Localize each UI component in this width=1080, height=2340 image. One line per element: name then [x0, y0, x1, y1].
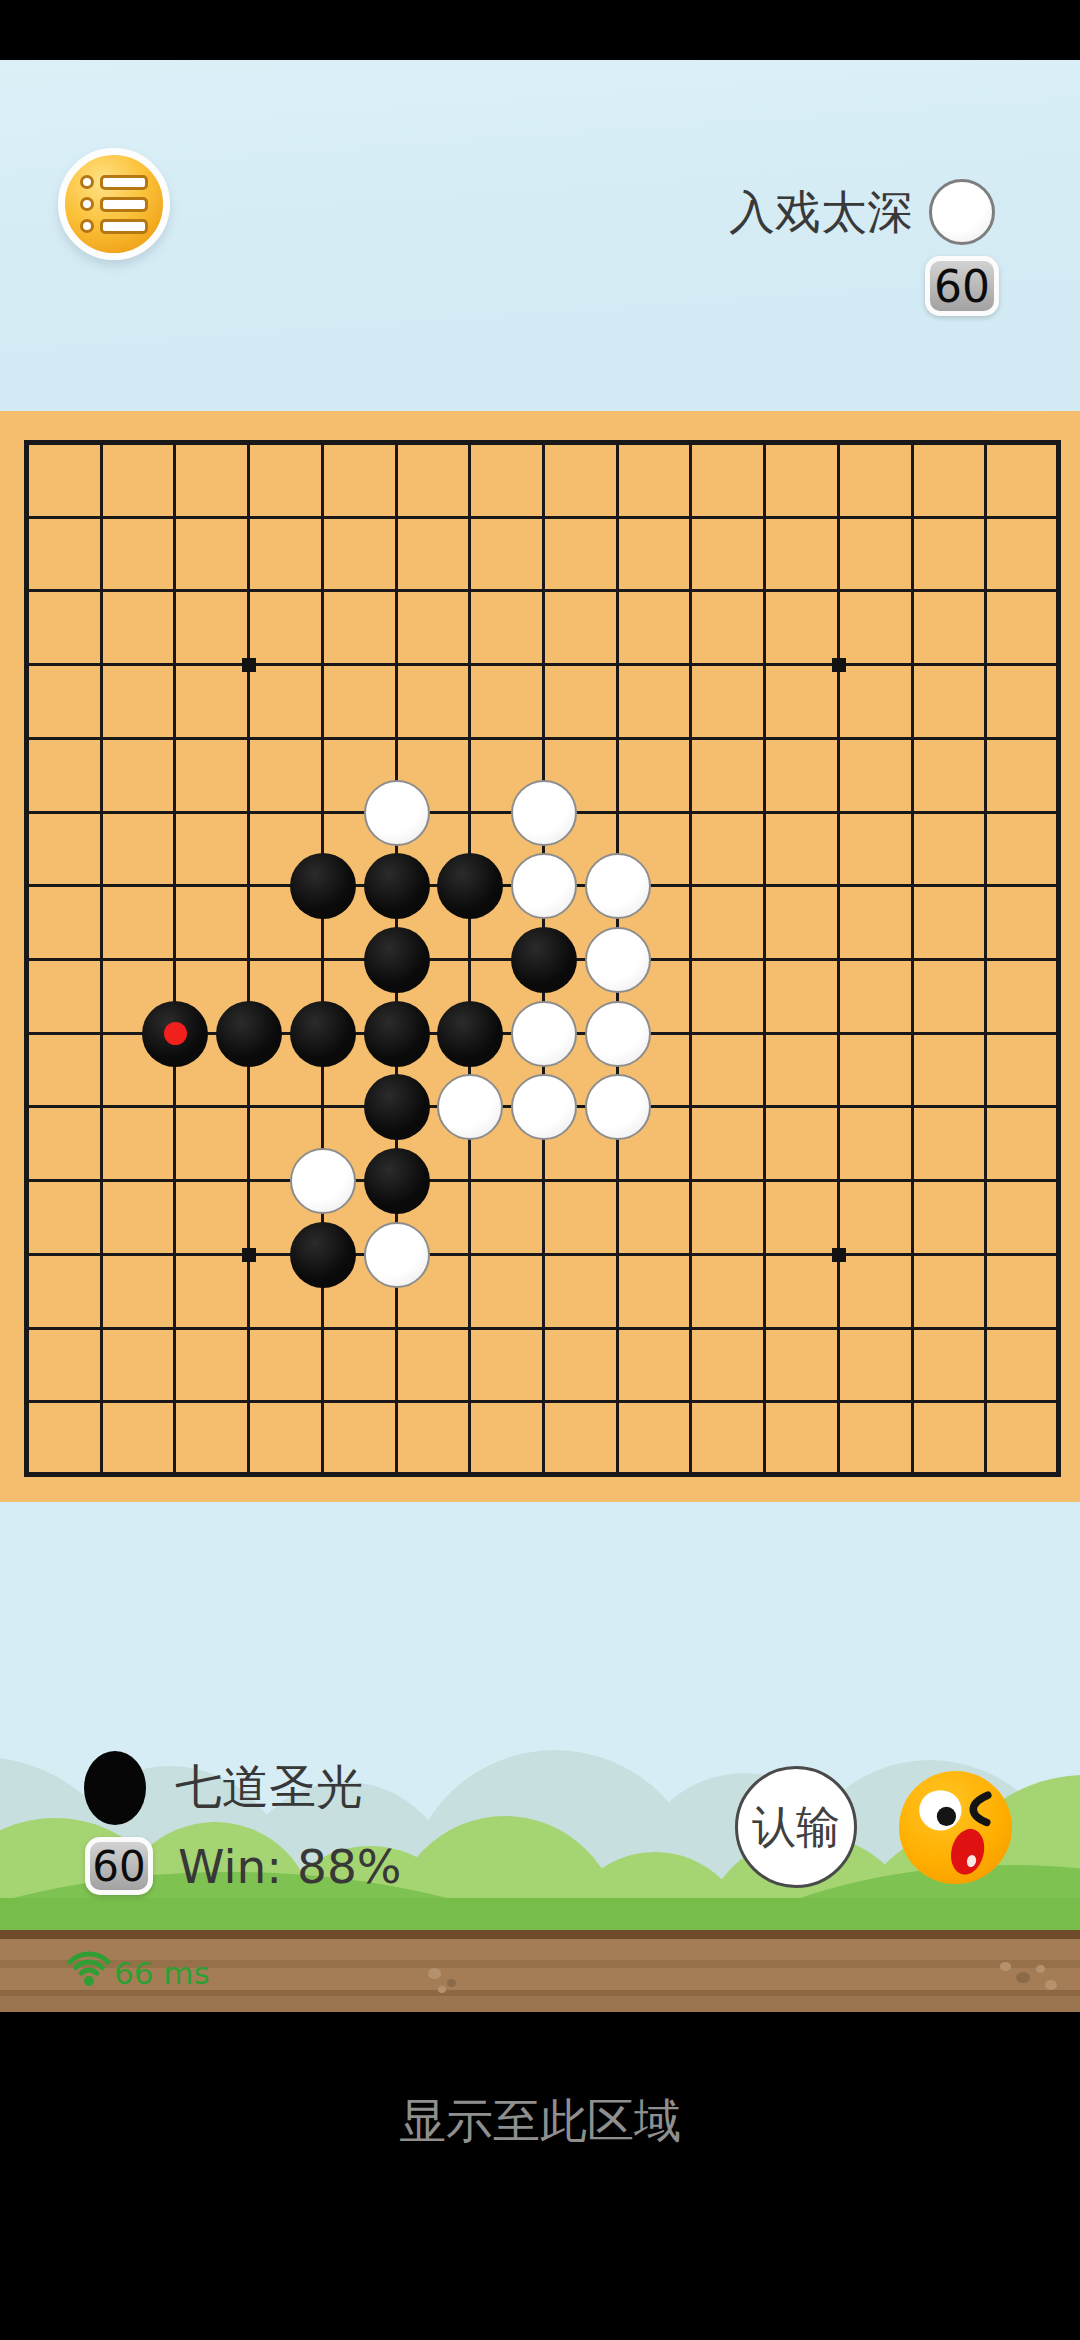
intersection-c10-r1[interactable]	[728, 481, 802, 555]
intersection-c2-r11[interactable]	[138, 1218, 212, 1292]
intersection-c5-r0[interactable]	[360, 407, 434, 481]
intersection-c0-r6[interactable]	[0, 849, 65, 923]
intersection-c10-r3[interactable]	[728, 628, 802, 702]
intersection-c12-r5[interactable]	[876, 776, 950, 850]
latency-label: 66 ms	[114, 1958, 210, 1989]
intersection-c3-r6[interactable]	[212, 849, 286, 923]
intersection-c2-r1[interactable]	[138, 481, 212, 555]
intersection-c12-r11[interactable]	[876, 1218, 950, 1292]
intersection-c7-r1[interactable]	[507, 481, 581, 555]
intersection-c7-r9[interactable]	[507, 1071, 581, 1145]
black-stone	[437, 853, 503, 919]
intersection-c11-r1[interactable]	[802, 481, 876, 555]
intersection-c12-r6[interactable]	[876, 849, 950, 923]
intersection-c11-r11[interactable]	[802, 1218, 876, 1292]
intersection-c11-r3[interactable]	[802, 628, 876, 702]
intersection-c6-r0[interactable]	[433, 407, 507, 481]
black-stone	[290, 1222, 356, 1288]
intersection-c4-r0[interactable]	[286, 407, 360, 481]
intersection-c2-r8[interactable]	[138, 997, 212, 1071]
wifi-icon	[62, 1936, 116, 1990]
white-stone-indicator	[929, 179, 995, 245]
intersection-c7-r4[interactable]	[507, 702, 581, 776]
intersection-c9-r11[interactable]	[655, 1218, 729, 1292]
intersection-c3-r3[interactable]	[212, 628, 286, 702]
intersection-c0-r0[interactable]	[0, 407, 65, 481]
intersection-c10-r4[interactable]	[728, 702, 802, 776]
intersection-c13-r10[interactable]	[950, 1144, 1024, 1218]
white-stone	[511, 1001, 577, 1067]
white-stone	[437, 1074, 503, 1140]
intersection-c14-r0[interactable]	[1023, 407, 1080, 481]
star-point	[242, 658, 256, 672]
intersection-c3-r9[interactable]	[212, 1071, 286, 1145]
intersection-c14-r7[interactable]	[1023, 923, 1080, 997]
pebble	[1016, 1972, 1030, 1983]
intersection-c12-r1[interactable]	[876, 481, 950, 555]
intersection-c5-r5[interactable]	[360, 776, 434, 850]
intersection-c6-r1[interactable]	[433, 481, 507, 555]
intersection-c4-r5[interactable]	[286, 776, 360, 850]
intersection-c2-r12[interactable]	[138, 1292, 212, 1366]
black-stone	[290, 853, 356, 919]
intersection-c14-r5[interactable]	[1023, 776, 1080, 850]
intersection-c9-r4[interactable]	[655, 702, 729, 776]
intersection-c9-r5[interactable]	[655, 776, 729, 850]
intersection-c4-r8[interactable]	[286, 997, 360, 1071]
intersection-c12-r8[interactable]	[876, 997, 950, 1071]
intersection-c12-r0[interactable]	[876, 407, 950, 481]
star-point	[242, 1248, 256, 1262]
intersection-c3-r2[interactable]	[212, 554, 286, 628]
intersection-c2-r10[interactable]	[138, 1144, 212, 1218]
intersection-c9-r12[interactable]	[655, 1292, 729, 1366]
black-stone	[364, 853, 430, 919]
intersection-c2-r13[interactable]	[138, 1366, 212, 1440]
intersection-c7-r10[interactable]	[507, 1144, 581, 1218]
intersection-c12-r12[interactable]	[876, 1292, 950, 1366]
intersection-c7-r8[interactable]	[507, 997, 581, 1071]
intersection-c9-r6[interactable]	[655, 849, 729, 923]
intersection-c1-r4[interactable]	[65, 702, 139, 776]
white-stone	[511, 1074, 577, 1140]
intersection-c11-r0[interactable]	[802, 407, 876, 481]
black-stone	[364, 1001, 430, 1067]
wink-tongue-emoji	[899, 1771, 1012, 1884]
intersection-c3-r13[interactable]	[212, 1366, 286, 1440]
intersection-c14-r9[interactable]	[1023, 1071, 1080, 1145]
intersection-c2-r6[interactable]	[138, 849, 212, 923]
intersection-c0-r4[interactable]	[0, 702, 65, 776]
intersection-c4-r7[interactable]	[286, 923, 360, 997]
intersection-c1-r0[interactable]	[65, 407, 139, 481]
intersection-c10-r10[interactable]	[728, 1144, 802, 1218]
intersection-c13-r0[interactable]	[950, 407, 1024, 481]
intersection-c0-r9[interactable]	[0, 1071, 65, 1145]
intersection-c8-r10[interactable]	[581, 1144, 655, 1218]
footer-hint: 显示至此区域	[0, 2090, 1080, 2153]
intersection-c4-r6[interactable]	[286, 849, 360, 923]
intersection-c6-r13[interactable]	[433, 1366, 507, 1440]
intersection-c10-r8[interactable]	[728, 997, 802, 1071]
intersection-c13-r8[interactable]	[950, 997, 1024, 1071]
intersection-c1-r6[interactable]	[65, 849, 139, 923]
intersection-c10-r0[interactable]	[728, 407, 802, 481]
intersection-c0-r2[interactable]	[0, 554, 65, 628]
intersection-c7-r13[interactable]	[507, 1366, 581, 1440]
landscape	[0, 1502, 1080, 2012]
intersection-c7-r3[interactable]	[507, 628, 581, 702]
intersection-c11-r4[interactable]	[802, 702, 876, 776]
intersection-c6-r4[interactable]	[433, 702, 507, 776]
intersection-c2-r3[interactable]	[138, 628, 212, 702]
intersection-c1-r9[interactable]	[65, 1071, 139, 1145]
intersection-c8-r5[interactable]	[581, 776, 655, 850]
intersection-c8-r2[interactable]	[581, 554, 655, 628]
intersection-c8-r7[interactable]	[581, 923, 655, 997]
intersection-c5-r11[interactable]	[360, 1218, 434, 1292]
black-stone-avatar	[84, 1751, 146, 1825]
intersection-c0-r5[interactable]	[0, 776, 65, 850]
white-stone	[585, 927, 651, 993]
emoji-button[interactable]	[899, 1771, 1012, 1884]
intersection-c13-r9[interactable]	[950, 1071, 1024, 1145]
intersection-c5-r6[interactable]	[360, 849, 434, 923]
intersection-c14-r10[interactable]	[1023, 1144, 1080, 1218]
intersection-c9-r7[interactable]	[655, 923, 729, 997]
intersection-c7-r6[interactable]	[507, 849, 581, 923]
intersection-c5-r12[interactable]	[360, 1292, 434, 1366]
black-stone	[142, 1001, 208, 1067]
intersection-c11-r7[interactable]	[802, 923, 876, 997]
intersection-c0-r8[interactable]	[0, 997, 65, 1071]
intersection-c14-r6[interactable]	[1023, 849, 1080, 923]
intersection-c14-r1[interactable]	[1023, 481, 1080, 555]
intersection-c9-r2[interactable]	[655, 554, 729, 628]
intersection-c6-r6[interactable]	[433, 849, 507, 923]
intersection-c0-r3[interactable]	[0, 628, 65, 702]
intersection-c6-r10[interactable]	[433, 1144, 507, 1218]
intersection-c8-r0[interactable]	[581, 407, 655, 481]
intersection-c9-r3[interactable]	[655, 628, 729, 702]
intersection-c6-r8[interactable]	[433, 997, 507, 1071]
intersection-c13-r6[interactable]	[950, 849, 1024, 923]
black-stone	[364, 1148, 430, 1214]
pebble	[438, 1986, 446, 1993]
intersection-c8-r3[interactable]	[581, 628, 655, 702]
intersection-c12-r4[interactable]	[876, 702, 950, 776]
intersection-c4-r13[interactable]	[286, 1366, 360, 1440]
black-stone	[511, 927, 577, 993]
intersection-c4-r12[interactable]	[286, 1292, 360, 1366]
menu-button[interactable]	[58, 148, 170, 260]
intersection-c10-r9[interactable]	[728, 1071, 802, 1145]
intersection-c8-r6[interactable]	[581, 849, 655, 923]
intersection-c10-r5[interactable]	[728, 776, 802, 850]
intersection-c13-r5[interactable]	[950, 776, 1024, 850]
intersection-c4-r2[interactable]	[286, 554, 360, 628]
intersection-c8-r8[interactable]	[581, 997, 655, 1071]
black-stone	[216, 1001, 282, 1067]
intersection-c2-r2[interactable]	[138, 554, 212, 628]
intersection-c13-r12[interactable]	[950, 1292, 1024, 1366]
intersection-c0-r10[interactable]	[0, 1144, 65, 1218]
intersection-c5-r9[interactable]	[360, 1071, 434, 1145]
black-stone	[290, 1001, 356, 1067]
intersection-c7-r0[interactable]	[507, 407, 581, 481]
star-point	[832, 1248, 846, 1262]
white-stone	[511, 853, 577, 919]
white-stone	[364, 780, 430, 846]
list-menu-icon	[80, 175, 148, 190]
intersection-c3-r7[interactable]	[212, 923, 286, 997]
intersection-c6-r9[interactable]	[433, 1071, 507, 1145]
intersection-c5-r1[interactable]	[360, 481, 434, 555]
intersection-c5-r10[interactable]	[360, 1144, 434, 1218]
intersection-c10-r2[interactable]	[728, 554, 802, 628]
white-stone	[511, 780, 577, 846]
black-stone	[364, 1074, 430, 1140]
intersection-c5-r3[interactable]	[360, 628, 434, 702]
intersection-c11-r8[interactable]	[802, 997, 876, 1071]
intersection-c4-r10[interactable]	[286, 1144, 360, 1218]
intersection-c8-r1[interactable]	[581, 481, 655, 555]
intersection-c10-r11[interactable]	[728, 1218, 802, 1292]
intersection-c8-r13[interactable]	[581, 1366, 655, 1440]
opponent-timer-badge: 60	[925, 256, 999, 316]
status-bar	[0, 0, 1080, 60]
intersection-c0-r11[interactable]	[0, 1218, 65, 1292]
intersection-c8-r11[interactable]	[581, 1218, 655, 1292]
intersection-c3-r0[interactable]	[212, 407, 286, 481]
intersection-c1-r10[interactable]	[65, 1144, 139, 1218]
intersection-c0-r12[interactable]	[0, 1292, 65, 1366]
intersection-c13-r3[interactable]	[950, 628, 1024, 702]
intersection-c13-r11[interactable]	[950, 1218, 1024, 1292]
star-point	[832, 658, 846, 672]
intersection-c2-r4[interactable]	[138, 702, 212, 776]
intersection-c9-r13[interactable]	[655, 1366, 729, 1440]
white-stone	[585, 853, 651, 919]
intersection-c7-r5[interactable]	[507, 776, 581, 850]
intersection-c0-r7[interactable]	[0, 923, 65, 997]
intersection-c8-r12[interactable]	[581, 1292, 655, 1366]
intersection-c6-r2[interactable]	[433, 554, 507, 628]
intersection-c14-r11[interactable]	[1023, 1218, 1080, 1292]
intersection-c12-r13[interactable]	[876, 1366, 950, 1440]
intersection-c1-r3[interactable]	[65, 628, 139, 702]
intersection-c13-r4[interactable]	[950, 702, 1024, 776]
intersection-c11-r10[interactable]	[802, 1144, 876, 1218]
intersection-c11-r6[interactable]	[802, 849, 876, 923]
intersection-c1-r11[interactable]	[65, 1218, 139, 1292]
intersection-c11-r9[interactable]	[802, 1071, 876, 1145]
white-stone	[585, 1001, 651, 1067]
intersection-c13-r1[interactable]	[950, 481, 1024, 555]
intersection-c1-r5[interactable]	[65, 776, 139, 850]
white-stone	[364, 1222, 430, 1288]
opponent-name: 入戏太深	[729, 189, 913, 235]
intersection-c14-r8[interactable]	[1023, 997, 1080, 1071]
intersection-c3-r11[interactable]	[212, 1218, 286, 1292]
intersection-c5-r2[interactable]	[360, 554, 434, 628]
intersection-c14-r2[interactable]	[1023, 554, 1080, 628]
black-stone	[364, 927, 430, 993]
intersection-c9-r8[interactable]	[655, 997, 729, 1071]
intersection-c6-r11[interactable]	[433, 1218, 507, 1292]
intersection-c6-r12[interactable]	[433, 1292, 507, 1366]
intersection-c4-r3[interactable]	[286, 628, 360, 702]
intersection-c2-r5[interactable]	[138, 776, 212, 850]
intersection-c8-r9[interactable]	[581, 1071, 655, 1145]
intersection-c11-r2[interactable]	[802, 554, 876, 628]
intersection-c4-r4[interactable]	[286, 702, 360, 776]
intersection-c2-r9[interactable]	[138, 1071, 212, 1145]
intersection-c1-r7[interactable]	[65, 923, 139, 997]
intersection-c7-r11[interactable]	[507, 1218, 581, 1292]
game-screen: 入戏太深 60 七道圣光 60 Wi	[0, 0, 1080, 2340]
intersection-c1-r2[interactable]	[65, 554, 139, 628]
white-stone	[290, 1148, 356, 1214]
black-stone	[437, 1001, 503, 1067]
intersection-c7-r7[interactable]	[507, 923, 581, 997]
player-timer-badge: 60	[85, 1837, 153, 1895]
intersection-c9-r9[interactable]	[655, 1071, 729, 1145]
board-grid	[0, 407, 1080, 1513]
intersection-c3-r1[interactable]	[212, 481, 286, 555]
intersection-c0-r13[interactable]	[0, 1366, 65, 1440]
pebble	[1036, 1965, 1045, 1973]
intersection-c3-r12[interactable]	[212, 1292, 286, 1366]
intersection-c14-r4[interactable]	[1023, 702, 1080, 776]
intersection-c11-r13[interactable]	[802, 1366, 876, 1440]
intersection-c10-r13[interactable]	[728, 1366, 802, 1440]
intersection-c3-r8[interactable]	[212, 997, 286, 1071]
intersection-c4-r1[interactable]	[286, 481, 360, 555]
intersection-c13-r13[interactable]	[950, 1366, 1024, 1440]
intersection-c3-r4[interactable]	[212, 702, 286, 776]
intersection-c14-r3[interactable]	[1023, 628, 1080, 702]
intersection-c1-r12[interactable]	[65, 1292, 139, 1366]
intersection-c10-r6[interactable]	[728, 849, 802, 923]
intersection-c5-r13[interactable]	[360, 1366, 434, 1440]
intersection-c10-r12[interactable]	[728, 1292, 802, 1366]
intersection-c7-r2[interactable]	[507, 554, 581, 628]
last-move-marker	[164, 1022, 187, 1045]
win-rate-label: Win: 88%	[178, 1843, 402, 1890]
intersection-c12-r9[interactable]	[876, 1071, 950, 1145]
intersection-c9-r1[interactable]	[655, 481, 729, 555]
pebble	[447, 1979, 456, 1987]
resign-label: 认输	[752, 1798, 840, 1857]
intersection-c2-r7[interactable]	[138, 923, 212, 997]
bottom-bar: 显示至此区域	[0, 2012, 1080, 2340]
intersection-c6-r3[interactable]	[433, 628, 507, 702]
white-stone	[585, 1074, 651, 1140]
intersection-c9-r10[interactable]	[655, 1144, 729, 1218]
intersection-c3-r10[interactable]	[212, 1144, 286, 1218]
intersection-c6-r5[interactable]	[433, 776, 507, 850]
intersection-c14-r12[interactable]	[1023, 1292, 1080, 1366]
resign-button[interactable]: 认输	[735, 1766, 857, 1888]
intersection-c7-r12[interactable]	[507, 1292, 581, 1366]
intersection-c5-r4[interactable]	[360, 702, 434, 776]
intersection-c10-r7[interactable]	[728, 923, 802, 997]
intersection-c1-r8[interactable]	[65, 997, 139, 1071]
intersection-c14-r13[interactable]	[1023, 1366, 1080, 1440]
intersection-c1-r13[interactable]	[65, 1366, 139, 1440]
player-name: 七道圣光	[175, 1763, 363, 1810]
intersection-c5-r7[interactable]	[360, 923, 434, 997]
intersection-c13-r2[interactable]	[950, 554, 1024, 628]
intersection-c11-r12[interactable]	[802, 1292, 876, 1366]
intersection-c8-r4[interactable]	[581, 702, 655, 776]
intersection-c0-r1[interactable]	[0, 481, 65, 555]
pebble	[1045, 1980, 1057, 1990]
intersection-c12-r3[interactable]	[876, 628, 950, 702]
intersection-c12-r2[interactable]	[876, 554, 950, 628]
intersection-c3-r5[interactable]	[212, 776, 286, 850]
intersection-c12-r10[interactable]	[876, 1144, 950, 1218]
intersection-c4-r9[interactable]	[286, 1071, 360, 1145]
pebble	[428, 1968, 441, 1979]
intersection-c2-r0[interactable]	[138, 407, 212, 481]
intersection-c13-r7[interactable]	[950, 923, 1024, 997]
intersection-c11-r5[interactable]	[802, 776, 876, 850]
intersection-c9-r0[interactable]	[655, 407, 729, 481]
intersection-c12-r7[interactable]	[876, 923, 950, 997]
pebble	[1000, 1962, 1011, 1971]
intersection-c4-r11[interactable]	[286, 1218, 360, 1292]
intersection-c5-r8[interactable]	[360, 997, 434, 1071]
intersection-c1-r1[interactable]	[65, 481, 139, 555]
intersection-c6-r7[interactable]	[433, 923, 507, 997]
opponent-info: 入戏太深	[729, 178, 995, 246]
